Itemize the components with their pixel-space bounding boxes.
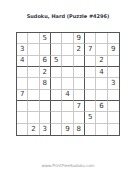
cell-r3c4: 5 — [51, 56, 62, 67]
cell-r7c8: 6 — [96, 101, 107, 112]
cell-r2c7: 7 — [85, 44, 96, 55]
cell-r3c6 — [74, 56, 85, 67]
cell-r2c4 — [51, 44, 62, 55]
sudoku-grid: 59327946522483747652398 — [16, 32, 120, 136]
cell-r6c9 — [108, 90, 119, 101]
cell-r5c2 — [28, 78, 39, 89]
cell-r4c5 — [62, 67, 73, 78]
cell-r5c6 — [74, 78, 85, 89]
cell-r5c5 — [62, 78, 73, 89]
cell-r2c1: 3 — [17, 44, 28, 55]
cell-r7c6: 7 — [74, 101, 85, 112]
cell-r4c3: 2 — [40, 67, 51, 78]
cell-r7c5 — [62, 101, 73, 112]
cell-r2c6: 2 — [74, 44, 85, 55]
cell-r3c2 — [28, 56, 39, 67]
page-title: Sudoku, Hard (Puzzle #4296) — [0, 13, 136, 19]
cell-r3c9 — [108, 56, 119, 67]
cell-r6c4 — [51, 90, 62, 101]
cell-r6c3 — [40, 90, 51, 101]
cell-r9c6: 8 — [74, 124, 85, 135]
cell-r5c3: 8 — [40, 78, 51, 89]
cell-r6c2 — [28, 90, 39, 101]
cell-r1c2 — [28, 33, 39, 44]
cell-r8c8 — [96, 112, 107, 123]
cell-r1c7 — [85, 33, 96, 44]
cell-r7c4 — [51, 101, 62, 112]
cell-r7c1 — [17, 101, 28, 112]
cell-r7c9 — [108, 101, 119, 112]
cell-r6c6 — [74, 90, 85, 101]
cell-r9c8 — [96, 124, 107, 135]
cell-r4c9 — [108, 67, 119, 78]
footer-url: www.PrintFreeSudoku.com — [0, 163, 136, 168]
cell-r5c8 — [96, 78, 107, 89]
cell-r8c3 — [40, 112, 51, 123]
cell-r7c2 — [28, 101, 39, 112]
cell-r1c3: 5 — [40, 33, 51, 44]
cell-r9c3: 3 — [40, 124, 51, 135]
cell-r8c4 — [51, 112, 62, 123]
cell-r8c2 — [28, 112, 39, 123]
cell-r4c6 — [74, 67, 85, 78]
cell-r1c9 — [108, 33, 119, 44]
cell-r3c5 — [62, 56, 73, 67]
cell-r4c8: 4 — [96, 67, 107, 78]
cell-r2c3 — [40, 44, 51, 55]
cell-r4c4 — [51, 67, 62, 78]
cell-r4c2 — [28, 67, 39, 78]
cell-r8c9 — [108, 112, 119, 123]
cell-r6c5: 4 — [62, 90, 73, 101]
cell-r3c1: 4 — [17, 56, 28, 67]
cell-r4c7 — [85, 67, 96, 78]
cell-r3c7 — [85, 56, 96, 67]
cell-r1c1 — [17, 33, 28, 44]
cell-r9c4 — [51, 124, 62, 135]
cell-r1c8 — [96, 33, 107, 44]
cell-r9c1 — [17, 124, 28, 135]
cell-r6c7 — [85, 90, 96, 101]
cell-r7c3 — [40, 101, 51, 112]
cell-r5c4 — [51, 78, 62, 89]
cell-r9c9 — [108, 124, 119, 135]
cell-r5c1 — [17, 78, 28, 89]
cell-r2c8 — [96, 44, 107, 55]
cell-r8c5 — [62, 112, 73, 123]
cell-r8c7: 5 — [85, 112, 96, 123]
cell-r2c2 — [28, 44, 39, 55]
cell-r9c2: 2 — [28, 124, 39, 135]
cell-r1c5 — [62, 33, 73, 44]
cell-r1c4 — [51, 33, 62, 44]
cell-r9c5: 9 — [62, 124, 73, 135]
cell-r5c9: 3 — [108, 78, 119, 89]
cell-r5c7 — [85, 78, 96, 89]
cell-r8c1 — [17, 112, 28, 123]
cell-r7c7 — [85, 101, 96, 112]
cell-r8c6 — [74, 112, 85, 123]
cell-r2c5 — [62, 44, 73, 55]
cell-r2c9: 9 — [108, 44, 119, 55]
cell-r3c8: 2 — [96, 56, 107, 67]
cell-r6c1: 7 — [17, 90, 28, 101]
cell-r9c7 — [85, 124, 96, 135]
cell-r1c6: 9 — [74, 33, 85, 44]
cell-r4c1 — [17, 67, 28, 78]
cell-r6c8 — [96, 90, 107, 101]
cell-r3c3: 6 — [40, 56, 51, 67]
